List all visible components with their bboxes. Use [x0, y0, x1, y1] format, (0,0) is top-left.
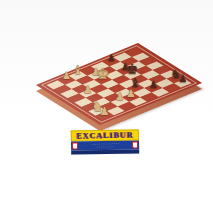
- product-photo-stage: ♟♝♟♚♟♞♟♟♟♟♟♚♝♟♞♟ EXCALIBUR · · · · · · ·…: [0, 0, 213, 213]
- label-taglines: · · · · · · · · · · · · · · · · · · · · …: [78, 142, 132, 149]
- excalibur-label: EXCALIBUR · · · · · · · · · · · · · · · …: [71, 129, 139, 154]
- label-strip: · · · · · ·: [71, 149, 139, 154]
- crest-icon-right: [132, 141, 138, 148]
- tagline-line2: · · · · · · · · ·: [78, 145, 132, 149]
- brand-title: EXCALIBUR: [76, 131, 133, 141]
- chess-board: [36, 43, 202, 125]
